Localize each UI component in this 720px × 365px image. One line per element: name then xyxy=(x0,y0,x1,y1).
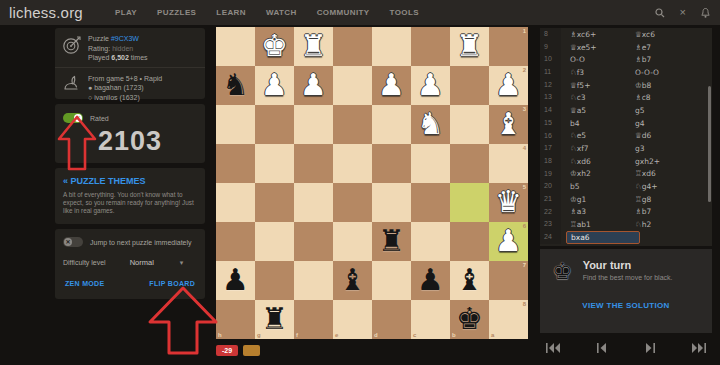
puzzle-settings-panel: ✕ Jump to next puzzle immediately Diffic… xyxy=(55,229,205,299)
square-g4[interactable] xyxy=(255,144,294,183)
move-number: 20 xyxy=(540,180,561,193)
square-g5[interactable] xyxy=(255,183,294,222)
zen-mode-button[interactable]: ZEN MODE xyxy=(65,280,104,287)
square-c6[interactable] xyxy=(411,222,450,261)
rank-label-2: 2 xyxy=(523,67,526,73)
file-label-b: b xyxy=(452,332,456,338)
nav-menu: PLAY PUZZLES LEARN WATCH COMMUNITY TOOLS xyxy=(115,8,419,17)
file-label-e: e xyxy=(335,332,338,338)
square-e6[interactable] xyxy=(333,222,372,261)
rank-label-3: 3 xyxy=(523,106,526,112)
move-list: 8♗xc6+♕xc69♕xe5+♗e710O-O♗b711♘f3O-O-O12♕… xyxy=(540,28,712,244)
your-turn-title: Your turn xyxy=(583,259,673,271)
black-bishop: ♝ xyxy=(450,261,489,299)
square-e8[interactable]: e xyxy=(333,300,372,339)
move-list-scrollbar[interactable] xyxy=(708,86,711,202)
black-pawn: ♟ xyxy=(216,261,255,299)
white-pawn: ♟ xyxy=(255,66,294,104)
white-rook: ♜ xyxy=(450,27,489,65)
move-row-11: 11♘f3O-O-O xyxy=(540,66,712,79)
black-move[interactable]: ♔b8 xyxy=(635,81,712,90)
white-color-icon: ● xyxy=(88,84,92,91)
square-f2[interactable]: ♟ xyxy=(294,66,333,105)
move-row-20: 20b5♘g4+ xyxy=(540,180,712,193)
white-move[interactable]: ♕f5+ xyxy=(561,81,635,90)
nav-item-learn[interactable]: LEARN xyxy=(216,8,246,17)
white-move[interactable]: ♘f3 xyxy=(561,68,635,77)
black-color-icon: ○ xyxy=(88,94,92,101)
square-c3[interactable]: ♞ xyxy=(411,105,450,144)
playback-controls xyxy=(540,338,712,358)
square-d7[interactable] xyxy=(372,261,411,300)
move-number: 17 xyxy=(540,142,561,155)
square-h3[interactable] xyxy=(216,105,255,144)
from-game-text: From game 5+8 • Rapid ● bagahan (1723) ○… xyxy=(88,74,162,103)
square-d2[interactable]: ♟ xyxy=(372,66,411,105)
file-label-f: f xyxy=(296,332,298,338)
black-player[interactable]: ○ ivanilos (1632) xyxy=(88,93,162,103)
move-row-9: 9♕xe5+♗e7 xyxy=(540,41,712,54)
move-number: 14 xyxy=(540,104,561,117)
white-pawn: ♟ xyxy=(489,66,528,104)
white-move[interactable]: ♘c3 xyxy=(561,93,635,102)
square-a1[interactable]: 1 xyxy=(489,27,528,66)
move-row-15: 15b4g4 xyxy=(540,117,712,130)
black-rook: ♜ xyxy=(372,222,411,260)
move-number: 12 xyxy=(540,79,561,92)
top-navbar: lichess.org PLAY PUZZLES LEARN WATCH COM… xyxy=(0,0,720,25)
puzzle-rating-label: Rating: xyxy=(88,45,110,52)
square-e3[interactable] xyxy=(333,105,372,144)
square-a5[interactable]: ♛5 xyxy=(489,183,528,222)
nav-item-community[interactable]: COMMUNITY xyxy=(317,8,370,17)
white-move[interactable]: ♖ab1 xyxy=(561,220,635,229)
square-f6[interactable] xyxy=(294,222,333,261)
move-row-23: 23♖ab1♘h2 xyxy=(540,218,712,231)
square-c8[interactable]: c xyxy=(411,300,450,339)
rabbit-icon xyxy=(62,74,88,103)
square-d3[interactable] xyxy=(372,105,411,144)
square-g6[interactable] xyxy=(255,222,294,261)
puzzle-played-label: Played xyxy=(88,54,109,61)
move-row-14: 14♕a5g5 xyxy=(540,104,712,117)
square-b8[interactable]: ♚b xyxy=(450,300,489,339)
white-move[interactable]: ♘xd6 xyxy=(561,157,635,166)
last-move-button[interactable] xyxy=(692,343,706,353)
orange-badge xyxy=(243,345,260,356)
black-move[interactable]: g3 xyxy=(635,144,712,153)
move-number: 22 xyxy=(540,206,561,219)
puzzle-themes-panel: « PUZZLE THEMES A bit of everything. You… xyxy=(55,168,205,224)
rated-toggle[interactable]: ✓ xyxy=(63,113,83,123)
black-knight: ♞ xyxy=(216,66,255,104)
next-move-button[interactable] xyxy=(645,343,655,353)
white-move[interactable]: ♘xf7 xyxy=(561,144,635,153)
white-pawn: ♟ xyxy=(489,222,528,260)
square-h4[interactable] xyxy=(216,144,255,183)
square-h5[interactable] xyxy=(216,183,255,222)
move-row-12: 12♕f5+♔b8 xyxy=(540,79,712,92)
black-move[interactable]: g4 xyxy=(635,119,712,128)
move-row-10: 10O-O♗b7 xyxy=(540,53,712,66)
move-row-21: 21♔g1♖g8 xyxy=(540,193,712,206)
square-d5[interactable] xyxy=(372,183,411,222)
square-h2[interactable]: ♞ xyxy=(216,66,255,105)
file-label-d: d xyxy=(374,332,378,338)
previous-move-button[interactable] xyxy=(597,343,607,353)
black-move[interactable]: ♖g8 xyxy=(635,195,712,204)
square-g1[interactable]: ♚ xyxy=(255,27,294,66)
black-move[interactable]: ♕d6 xyxy=(635,131,712,140)
difficulty-value: Normal xyxy=(130,258,154,267)
white-move[interactable]: ♗a3 xyxy=(561,207,635,216)
nav-item-puzzles[interactable]: PUZZLES xyxy=(157,8,196,17)
square-c1[interactable] xyxy=(411,27,450,66)
square-a6[interactable]: ♟6 xyxy=(489,222,528,261)
puzzle-info-panel: Puzzle #9CX3W Rating: hidden Played 6,50… xyxy=(55,28,205,99)
square-b2[interactable] xyxy=(450,66,489,105)
your-turn-subtitle: Find the best move for black. xyxy=(583,274,673,281)
flip-board-button[interactable]: FLIP BOARD xyxy=(149,280,195,287)
move-number: 11 xyxy=(540,66,561,79)
white-pawn: ♟ xyxy=(372,66,411,104)
square-d1[interactable] xyxy=(372,27,411,66)
rating-change-badge: -29 xyxy=(216,345,238,356)
black-move[interactable]: O-O-O xyxy=(635,68,712,77)
file-label-c: c xyxy=(413,332,416,338)
square-a2[interactable]: ♟2 xyxy=(489,66,528,105)
square-d4[interactable] xyxy=(372,144,411,183)
difficulty-label: Difficulty level xyxy=(63,259,106,266)
chevron-down-icon: ▾ xyxy=(180,259,184,267)
black-move[interactable]: ♕xc6 xyxy=(635,30,712,39)
toggle-check-icon: ✓ xyxy=(74,114,82,122)
view-solution-button[interactable]: VIEW THE SOLUTION xyxy=(540,301,712,310)
black-pawn: ♟ xyxy=(411,261,450,299)
move-number: 21 xyxy=(540,193,561,206)
move-list-panel: 8♗xc6+♕xc69♕xe5+♗e710O-O♗b711♘f3O-O-O12♕… xyxy=(540,28,712,246)
from-game-link[interactable]: From game 5+8 • Rapid xyxy=(88,74,162,84)
white-pawn: ♟ xyxy=(411,66,450,104)
square-b3[interactable] xyxy=(450,105,489,144)
black-rook: ♜ xyxy=(255,300,294,338)
white-move[interactable]: ♔xh2 xyxy=(561,169,635,178)
current-move[interactable]: bxa6 xyxy=(566,231,640,244)
square-b1[interactable]: ♜ xyxy=(450,27,489,66)
square-g8[interactable]: ♜g xyxy=(255,300,294,339)
jump-next-label: Jump to next puzzle immediately xyxy=(90,239,192,246)
rank-label-8: 8 xyxy=(523,301,526,307)
square-h6[interactable] xyxy=(216,222,255,261)
close-icon[interactable]: × xyxy=(680,7,686,18)
move-number: 9 xyxy=(540,41,561,54)
black-move[interactable]: ♘g4+ xyxy=(635,182,712,191)
square-c7[interactable]: ♟ xyxy=(411,261,450,300)
file-label-g: g xyxy=(257,332,261,338)
white-player[interactable]: ● bagahan (1723) xyxy=(88,83,162,93)
white-pawn: ♟ xyxy=(294,66,333,104)
move-number: 15 xyxy=(540,117,561,130)
square-f1[interactable]: ♜ xyxy=(294,27,333,66)
move-row-17: 17♘xf7g3 xyxy=(540,142,712,155)
square-h8[interactable]: h xyxy=(216,300,255,339)
white-bishop: ♝ xyxy=(489,105,528,143)
square-e5[interactable] xyxy=(333,183,372,222)
puzzle-rating-value: hidden xyxy=(112,45,133,52)
white-king: ♚ xyxy=(255,27,294,65)
square-h1[interactable] xyxy=(216,27,255,66)
white-move[interactable]: ♕a5 xyxy=(561,106,635,115)
black-move[interactable]: ♗c8 xyxy=(635,93,712,102)
square-c5[interactable] xyxy=(411,183,450,222)
chess-board: ♚♜♜1♞♟♟♟♟♟2♞♝34♛5♜♟6♟♝♟♝7h♜gfedc♚b8a xyxy=(216,27,528,339)
move-row-19: 19♔xh2♖xd6 xyxy=(540,168,712,181)
rank-label-1: 1 xyxy=(523,28,526,34)
difficulty-select[interactable]: Normal ▾ xyxy=(130,258,184,267)
black-king: ♚ xyxy=(450,300,489,338)
square-g3[interactable] xyxy=(255,105,294,144)
rank-label-5: 5 xyxy=(523,184,526,190)
square-c2[interactable]: ♟ xyxy=(411,66,450,105)
square-d8[interactable]: d xyxy=(372,300,411,339)
black-move[interactable]: ♗b7 xyxy=(635,55,712,64)
move-number: 19 xyxy=(540,168,561,181)
square-g2[interactable]: ♟ xyxy=(255,66,294,105)
white-move[interactable]: b5 xyxy=(561,182,635,191)
move-row-22: 22♗a3♗b7 xyxy=(540,206,712,219)
target-icon xyxy=(62,34,88,63)
move-row-13: 13♘c3♗c8 xyxy=(540,91,712,104)
your-turn-panel: ♚ Your turn Find the best move for black… xyxy=(540,249,712,333)
white-move[interactable]: ♔g1 xyxy=(561,195,635,204)
move-row-16: 16♘e5♕d6 xyxy=(540,130,712,143)
square-c4[interactable] xyxy=(411,144,450,183)
square-a3[interactable]: ♝3 xyxy=(489,105,528,144)
square-a4[interactable]: 4 xyxy=(489,144,528,183)
from-game-section: From game 5+8 • Rapid ● bagahan (1723) ○… xyxy=(55,67,205,107)
square-b7[interactable]: ♝ xyxy=(450,261,489,300)
move-number: 18 xyxy=(540,155,561,168)
black-move[interactable]: ♖xd6 xyxy=(635,169,712,178)
file-label-a: a xyxy=(491,332,494,338)
white-move[interactable]: O-O xyxy=(561,55,635,64)
move-number: 23 xyxy=(540,218,561,231)
square-a8[interactable]: 8a xyxy=(489,300,528,339)
move-number: 13 xyxy=(540,91,561,104)
black-king-icon: ♚ xyxy=(552,259,573,283)
square-b5[interactable] xyxy=(450,183,489,222)
square-a7[interactable]: 7 xyxy=(489,261,528,300)
white-move[interactable]: b4 xyxy=(561,119,635,128)
square-f7[interactable] xyxy=(294,261,333,300)
black-move[interactable]: g5 xyxy=(635,106,712,115)
black-move[interactable]: ♗b7 xyxy=(635,207,712,216)
move-number: 24 xyxy=(540,231,561,244)
lichess-puzzle-page: lichess.org PLAY PUZZLES LEARN WATCH COM… xyxy=(0,0,720,365)
nav-item-play[interactable]: PLAY xyxy=(115,8,137,17)
lichess-logo[interactable]: lichess.org xyxy=(9,4,83,21)
puzzle-meta-text: Puzzle #9CX3W Rating: hidden Played 6,50… xyxy=(88,34,148,63)
square-f5[interactable] xyxy=(294,183,333,222)
notification-bell-icon[interactable] xyxy=(701,8,710,18)
move-number: 10 xyxy=(540,53,561,66)
rated-label: Rated xyxy=(90,115,109,122)
square-b4[interactable] xyxy=(450,144,489,183)
black-move[interactable]: ♗e7 xyxy=(635,43,712,52)
rated-panel: ✓ Rated 2103 xyxy=(55,104,205,163)
puzzle-meta-section: Puzzle #9CX3W Rating: hidden Played 6,50… xyxy=(55,28,205,67)
nav-icons: × xyxy=(655,0,710,25)
move-row-24: 24bxa6 xyxy=(540,231,712,244)
square-f8[interactable]: f xyxy=(294,300,333,339)
square-f3[interactable] xyxy=(294,105,333,144)
puzzle-rating-number: 2103 xyxy=(55,126,205,157)
puzzle-label: Puzzle xyxy=(88,35,109,42)
file-label-h: h xyxy=(218,332,222,338)
puzzle-played-suffix: times xyxy=(131,54,148,61)
square-d6[interactable]: ♜ xyxy=(372,222,411,261)
move-row-8: 8♗xc6+♕xc6 xyxy=(540,28,712,41)
white-knight: ♞ xyxy=(411,105,450,143)
rank-label-6: 6 xyxy=(523,223,526,229)
white-move[interactable]: ♕xe5+ xyxy=(561,43,635,52)
white-queen: ♛ xyxy=(489,183,528,221)
rank-label-7: 7 xyxy=(523,262,526,268)
square-e4[interactable] xyxy=(333,144,372,183)
puzzle-themes-description: A bit of everything. You don't know what… xyxy=(55,186,205,215)
white-move[interactable]: ♗xc6+ xyxy=(561,30,635,39)
jump-next-toggle[interactable]: ✕ xyxy=(63,237,83,247)
square-e7[interactable]: ♝ xyxy=(333,261,372,300)
square-h7[interactable]: ♟ xyxy=(216,261,255,300)
rank-label-4: 4 xyxy=(523,145,526,151)
first-move-button[interactable] xyxy=(546,343,560,353)
puzzle-played-count: 6,502 xyxy=(111,54,129,61)
black-move[interactable]: ♘h2 xyxy=(635,220,712,229)
square-f4[interactable] xyxy=(294,144,333,183)
square-g7[interactable] xyxy=(255,261,294,300)
black-move[interactable]: gxh2+ xyxy=(635,157,712,166)
white-rook: ♜ xyxy=(294,27,333,65)
white-move[interactable]: ♘e5 xyxy=(561,131,635,140)
black-bishop: ♝ xyxy=(333,261,372,299)
square-e2[interactable] xyxy=(333,66,372,105)
puzzle-themes-link[interactable]: « PUZZLE THEMES xyxy=(55,168,205,186)
nav-item-watch[interactable]: WATCH xyxy=(266,8,297,17)
nav-item-tools[interactable]: TOOLS xyxy=(390,8,419,17)
puzzle-id-link[interactable]: #9CX3W xyxy=(111,35,139,42)
move-number: 16 xyxy=(540,130,561,143)
square-b6[interactable] xyxy=(450,222,489,261)
move-number: 8 xyxy=(540,28,561,41)
square-e1[interactable] xyxy=(333,27,372,66)
move-row-18: 18♘xd6gxh2+ xyxy=(540,155,712,168)
search-icon[interactable] xyxy=(655,8,665,18)
toggle-x-icon: ✕ xyxy=(64,238,72,246)
